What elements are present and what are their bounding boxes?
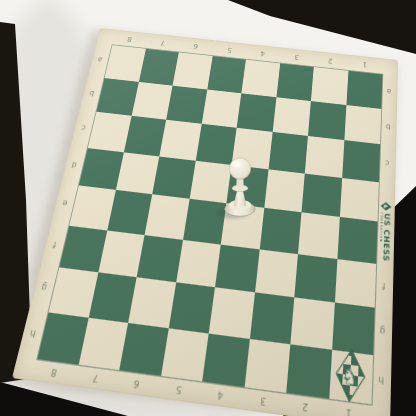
label-bottom-7: 7 — [92, 372, 100, 383]
square-e2[interactable] — [298, 212, 339, 258]
square-b6[interactable] — [166, 85, 207, 124]
square-a3[interactable] — [276, 63, 314, 100]
label-bottom-4: 4 — [217, 389, 224, 400]
square-g3[interactable] — [249, 292, 294, 343]
square-a1[interactable] — [346, 71, 382, 109]
label-right-b: b — [386, 122, 391, 130]
label-left-e: e — [62, 198, 69, 207]
square-f3[interactable] — [255, 249, 298, 298]
label-bottom-1: 1 — [345, 406, 351, 416]
square-h2[interactable] — [286, 344, 331, 399]
knight-diamond-icon: ♞ — [380, 201, 392, 212]
label-right-f: f — [382, 280, 385, 290]
svg-text:♞: ♞ — [382, 203, 389, 209]
label-right-c: c — [385, 159, 389, 167]
square-b4[interactable] — [237, 93, 276, 132]
pawn-head — [229, 158, 250, 179]
label-left-f: f — [52, 239, 57, 248]
square-b1[interactable] — [344, 105, 381, 145]
corner-knight-diamond-logo: ♞ — [334, 347, 367, 405]
square-d1[interactable] — [339, 177, 378, 221]
square-c3[interactable] — [268, 132, 308, 173]
square-a2[interactable] — [311, 67, 348, 104]
label-left-b: b — [89, 89, 95, 97]
us-chess-brand: ♞ US CHESS FEDERATION — [378, 201, 392, 262]
label-left-d: d — [71, 160, 78, 168]
square-a5[interactable] — [207, 56, 246, 93]
label-top-6: 6 — [193, 42, 199, 49]
label-left-g: g — [41, 282, 48, 292]
square-c6[interactable] — [159, 120, 201, 161]
square-h5[interactable] — [161, 328, 209, 382]
label-top-7: 7 — [160, 39, 166, 46]
label-left-a: a — [97, 56, 103, 63]
square-h4[interactable] — [202, 333, 249, 387]
us-chess-wordmark: US CHESS — [383, 213, 391, 262]
square-a4[interactable] — [241, 60, 279, 97]
square-h3[interactable] — [244, 338, 290, 393]
square-f1[interactable] — [334, 258, 376, 307]
square-e6[interactable] — [145, 194, 190, 239]
square-c2[interactable] — [305, 136, 344, 177]
board-grid — [36, 44, 383, 406]
square-d2[interactable] — [301, 173, 341, 217]
label-top-5: 5 — [227, 46, 232, 53]
square-f5[interactable] — [176, 239, 221, 287]
label-top-3: 3 — [294, 53, 299, 60]
pawn-highlight — [232, 161, 240, 167]
label-left-h: h — [29, 327, 37, 337]
square-e3[interactable] — [259, 208, 301, 254]
label-bottom-5: 5 — [175, 383, 182, 394]
square-g2[interactable] — [290, 297, 334, 349]
square-c1[interactable] — [342, 140, 380, 182]
square-d6[interactable] — [152, 156, 195, 199]
square-f4[interactable] — [215, 244, 259, 292]
svg-text:♞: ♞ — [341, 363, 359, 390]
label-right-a: a — [387, 87, 392, 95]
square-d3[interactable] — [264, 169, 305, 212]
square-b3[interactable] — [272, 97, 311, 136]
label-bottom-8: 8 — [51, 366, 59, 377]
pawn-neck — [236, 179, 243, 186]
square-f2[interactable] — [294, 254, 337, 303]
label-bottom-3: 3 — [260, 395, 267, 406]
square-e1[interactable] — [337, 217, 378, 263]
label-top-1: 1 — [362, 60, 367, 67]
square-b2[interactable] — [308, 101, 346, 140]
label-bottom-6: 6 — [133, 378, 140, 389]
label-top-4: 4 — [260, 49, 265, 56]
square-a6[interactable] — [173, 52, 213, 89]
white-pawn[interactable] — [216, 151, 264, 223]
square-g4[interactable] — [209, 287, 255, 338]
photo-stage: ♞ US CHESS FEDERATION ♞ — [0, 0, 416, 416]
label-right-g: g — [380, 325, 386, 335]
square-g5[interactable] — [168, 282, 215, 333]
label-left-c: c — [80, 124, 86, 132]
label-top-8: 8 — [127, 35, 133, 42]
label-top-2: 2 — [328, 57, 333, 64]
label-bottom-2: 2 — [302, 400, 308, 411]
square-b5[interactable] — [201, 89, 241, 128]
label-right-h: h — [378, 373, 384, 384]
